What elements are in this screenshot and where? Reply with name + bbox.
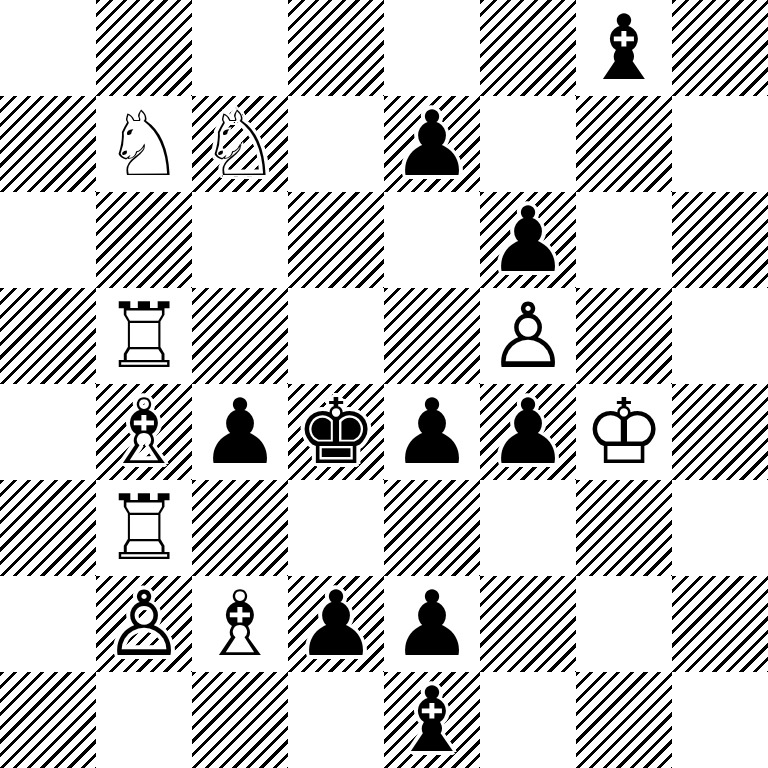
- square-g5[interactable]: [576, 288, 672, 384]
- chess-board: ♝♘♘♟♟♖♙♗♟♚♟♟♔♖♙♗♟♟♝: [0, 0, 768, 768]
- white-bishop: ♗: [104, 384, 185, 480]
- square-e5[interactable]: [384, 288, 480, 384]
- square-e3[interactable]: [384, 480, 480, 576]
- square-e8[interactable]: [384, 0, 480, 96]
- square-d6[interactable]: [288, 192, 384, 288]
- black-pawn: ♟: [488, 384, 569, 480]
- square-g6[interactable]: [576, 192, 672, 288]
- square-d1[interactable]: [288, 672, 384, 768]
- square-f3[interactable]: [480, 480, 576, 576]
- square-a2[interactable]: [0, 576, 96, 672]
- black-pawn: ♟: [392, 96, 473, 192]
- square-h7[interactable]: [672, 96, 768, 192]
- square-c5[interactable]: [192, 288, 288, 384]
- square-b5[interactable]: ♖: [96, 288, 192, 384]
- square-b4[interactable]: ♗: [96, 384, 192, 480]
- square-h1[interactable]: [672, 672, 768, 768]
- square-a7[interactable]: [0, 96, 96, 192]
- square-f6[interactable]: ♟: [480, 192, 576, 288]
- square-d3[interactable]: [288, 480, 384, 576]
- black-pawn: ♟: [488, 192, 569, 288]
- black-bishop: ♝: [392, 672, 473, 768]
- square-f7[interactable]: [480, 96, 576, 192]
- square-e7[interactable]: ♟: [384, 96, 480, 192]
- square-d7[interactable]: [288, 96, 384, 192]
- black-pawn: ♟: [200, 384, 281, 480]
- square-a4[interactable]: [0, 384, 96, 480]
- white-pawn: ♙: [104, 576, 185, 672]
- square-d2[interactable]: ♟: [288, 576, 384, 672]
- white-knight: ♘: [104, 96, 185, 192]
- white-king: ♔: [584, 384, 665, 480]
- square-c1[interactable]: [192, 672, 288, 768]
- square-g2[interactable]: [576, 576, 672, 672]
- white-bishop: ♗: [200, 576, 281, 672]
- square-c4[interactable]: ♟: [192, 384, 288, 480]
- square-a8[interactable]: [0, 0, 96, 96]
- square-f4[interactable]: ♟: [480, 384, 576, 480]
- square-f8[interactable]: [480, 0, 576, 96]
- square-e6[interactable]: [384, 192, 480, 288]
- square-c7[interactable]: ♘: [192, 96, 288, 192]
- square-b1[interactable]: [96, 672, 192, 768]
- square-h3[interactable]: [672, 480, 768, 576]
- white-rook: ♖: [104, 480, 185, 576]
- black-pawn: ♟: [392, 576, 473, 672]
- square-c2[interactable]: ♗: [192, 576, 288, 672]
- square-h2[interactable]: [672, 576, 768, 672]
- square-g4[interactable]: ♔: [576, 384, 672, 480]
- square-e4[interactable]: ♟: [384, 384, 480, 480]
- square-g3[interactable]: [576, 480, 672, 576]
- square-a1[interactable]: [0, 672, 96, 768]
- square-b6[interactable]: [96, 192, 192, 288]
- square-d5[interactable]: [288, 288, 384, 384]
- square-b8[interactable]: [96, 0, 192, 96]
- white-knight: ♘: [200, 96, 281, 192]
- square-a5[interactable]: [0, 288, 96, 384]
- square-c3[interactable]: [192, 480, 288, 576]
- white-pawn: ♙: [488, 288, 569, 384]
- square-a6[interactable]: [0, 192, 96, 288]
- square-e2[interactable]: ♟: [384, 576, 480, 672]
- square-g8[interactable]: ♝: [576, 0, 672, 96]
- black-king: ♚: [296, 384, 377, 480]
- square-b2[interactable]: ♙: [96, 576, 192, 672]
- square-d8[interactable]: [288, 0, 384, 96]
- square-f2[interactable]: [480, 576, 576, 672]
- square-h6[interactable]: [672, 192, 768, 288]
- black-bishop: ♝: [584, 0, 665, 96]
- square-d4[interactable]: ♚: [288, 384, 384, 480]
- square-f1[interactable]: [480, 672, 576, 768]
- black-pawn: ♟: [296, 576, 377, 672]
- black-pawn: ♟: [392, 384, 473, 480]
- square-g7[interactable]: [576, 96, 672, 192]
- square-f5[interactable]: ♙: [480, 288, 576, 384]
- square-c6[interactable]: [192, 192, 288, 288]
- square-a3[interactable]: [0, 480, 96, 576]
- square-c8[interactable]: [192, 0, 288, 96]
- white-rook: ♖: [104, 288, 185, 384]
- square-h5[interactable]: [672, 288, 768, 384]
- chess-diagram: ♝♘♘♟♟♖♙♗♟♚♟♟♔♖♙♗♟♟♝: [0, 0, 768, 768]
- square-e1[interactable]: ♝: [384, 672, 480, 768]
- square-g1[interactable]: [576, 672, 672, 768]
- square-h4[interactable]: [672, 384, 768, 480]
- square-b3[interactable]: ♖: [96, 480, 192, 576]
- square-h8[interactable]: [672, 0, 768, 96]
- square-b7[interactable]: ♘: [96, 96, 192, 192]
